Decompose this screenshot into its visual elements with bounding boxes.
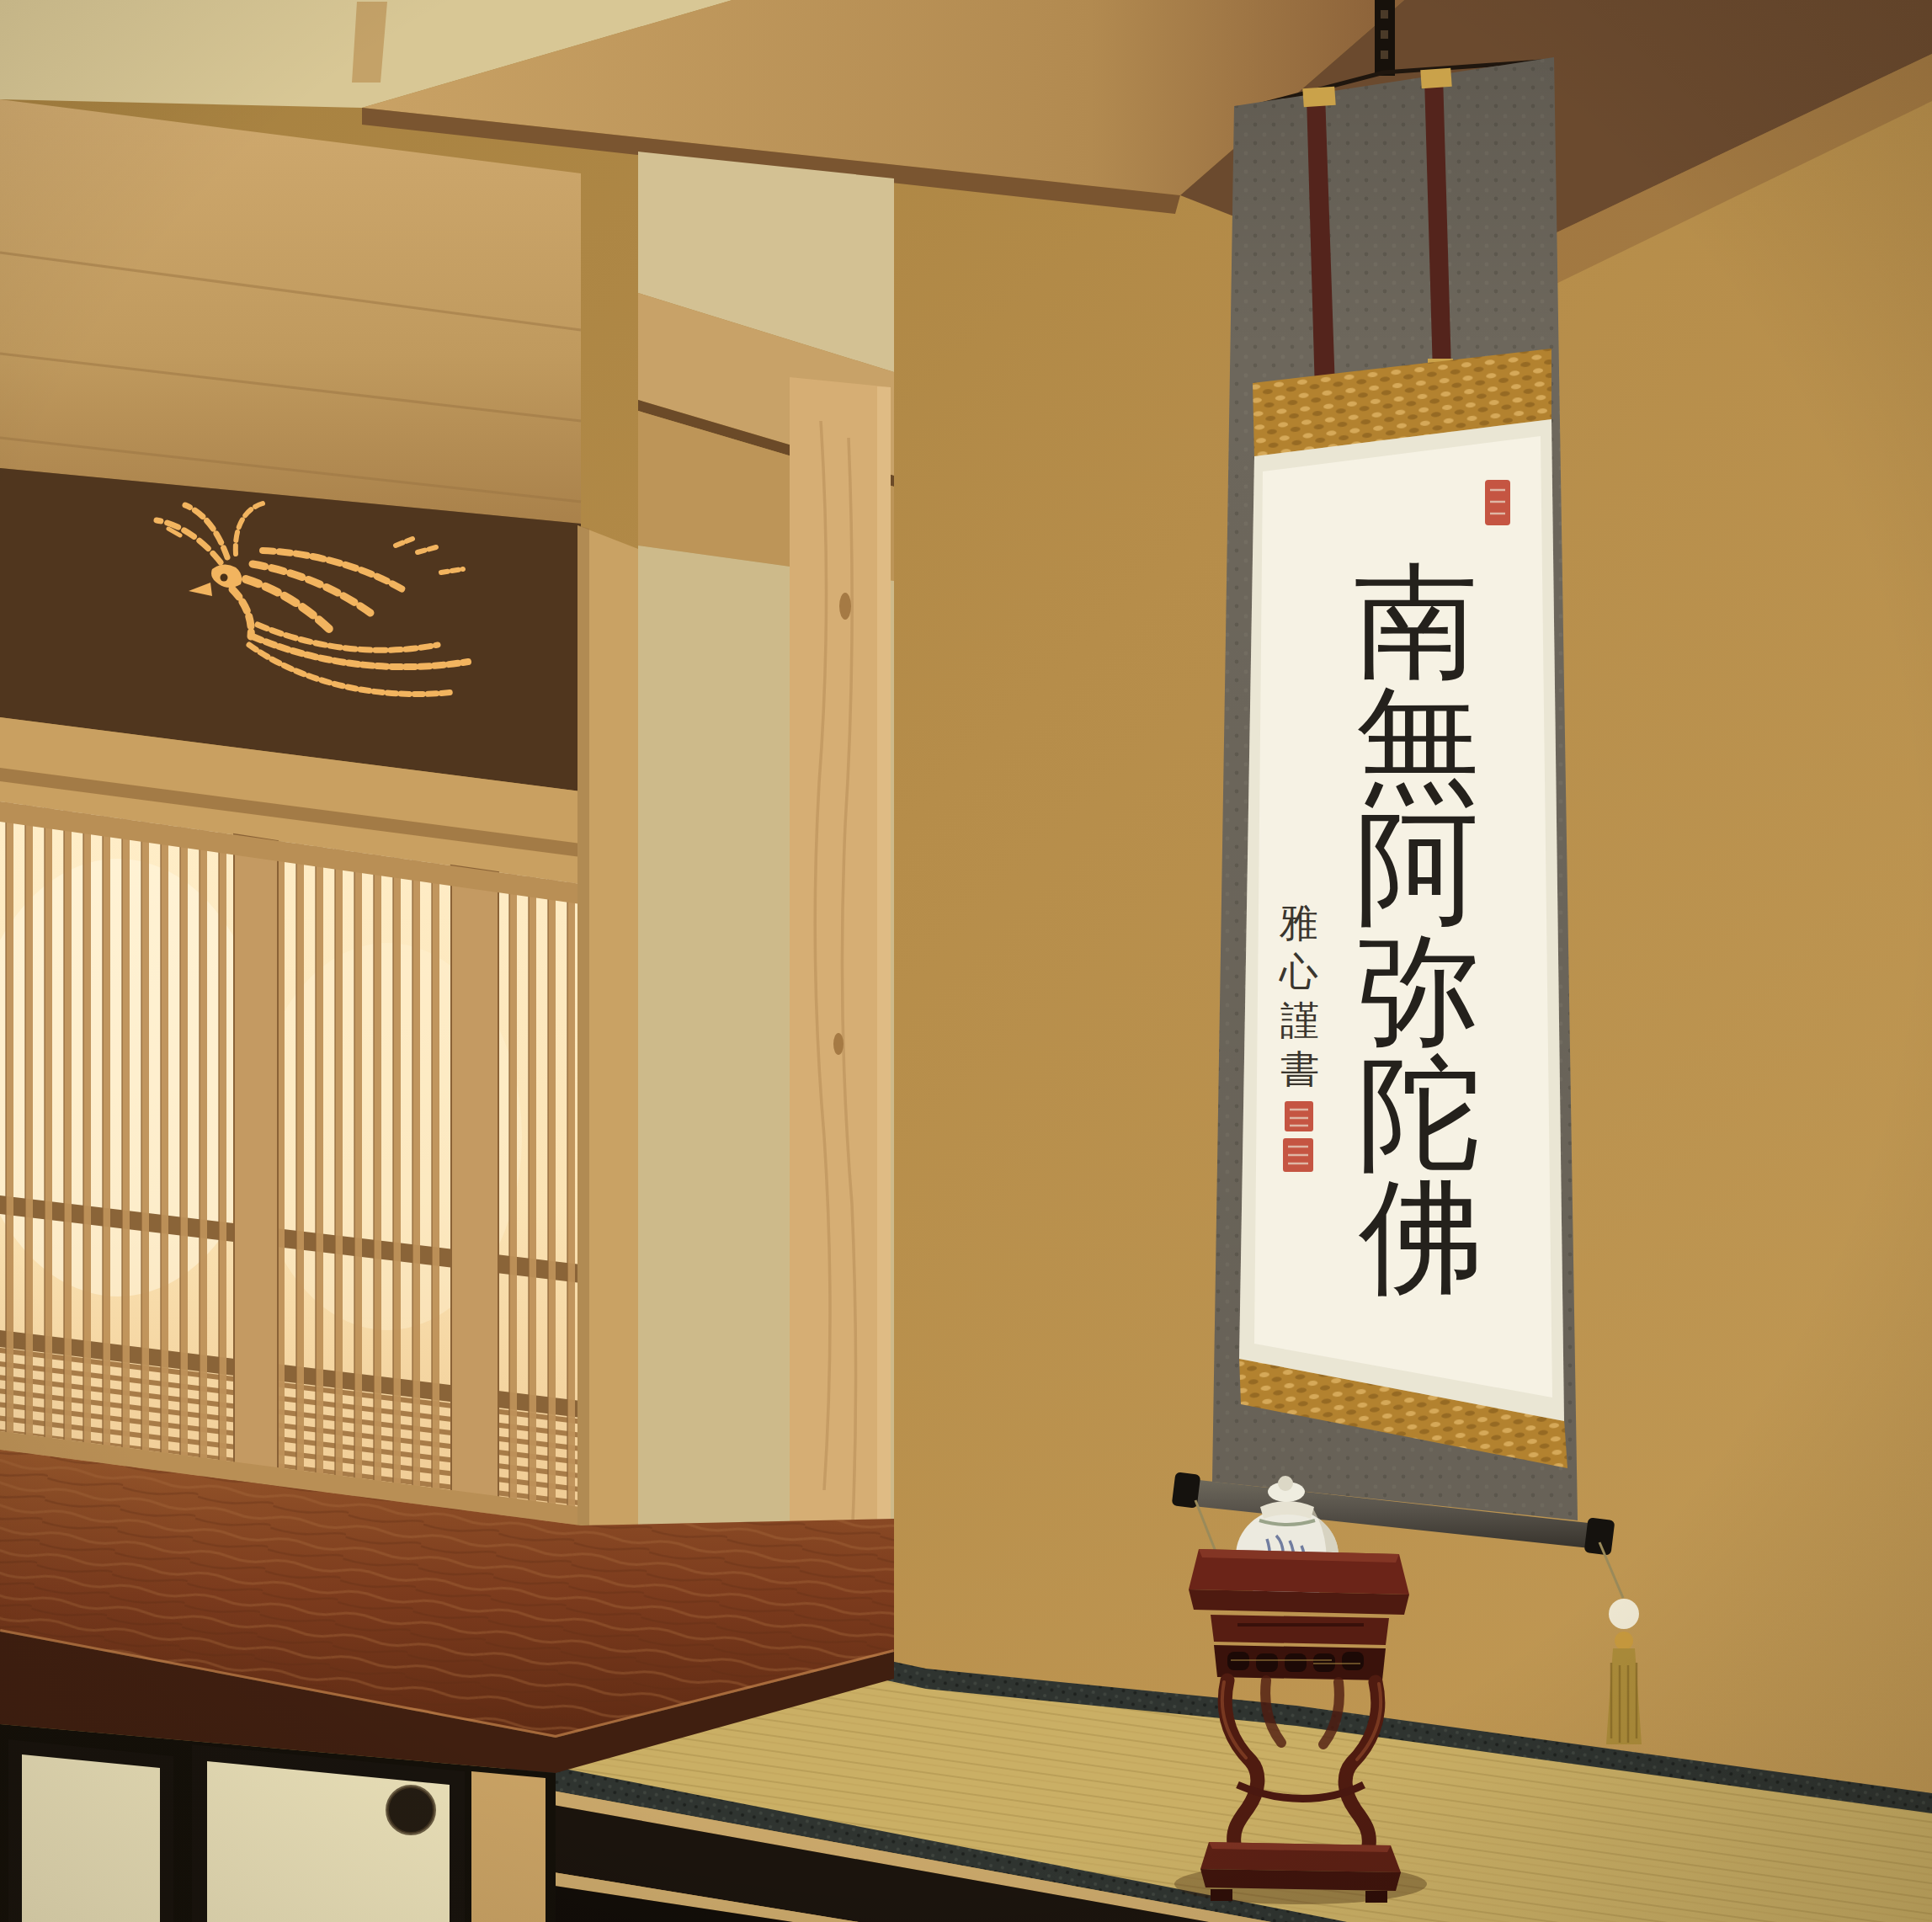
photo-japanese-tokonoma-room: 南 無 阿 弥 陀 佛 雅 心 謹 書 bbox=[0, 0, 1932, 1922]
photo-vignette bbox=[0, 0, 1932, 1922]
scene-canvas: 南 無 阿 弥 陀 佛 雅 心 謹 書 bbox=[0, 0, 1932, 1922]
